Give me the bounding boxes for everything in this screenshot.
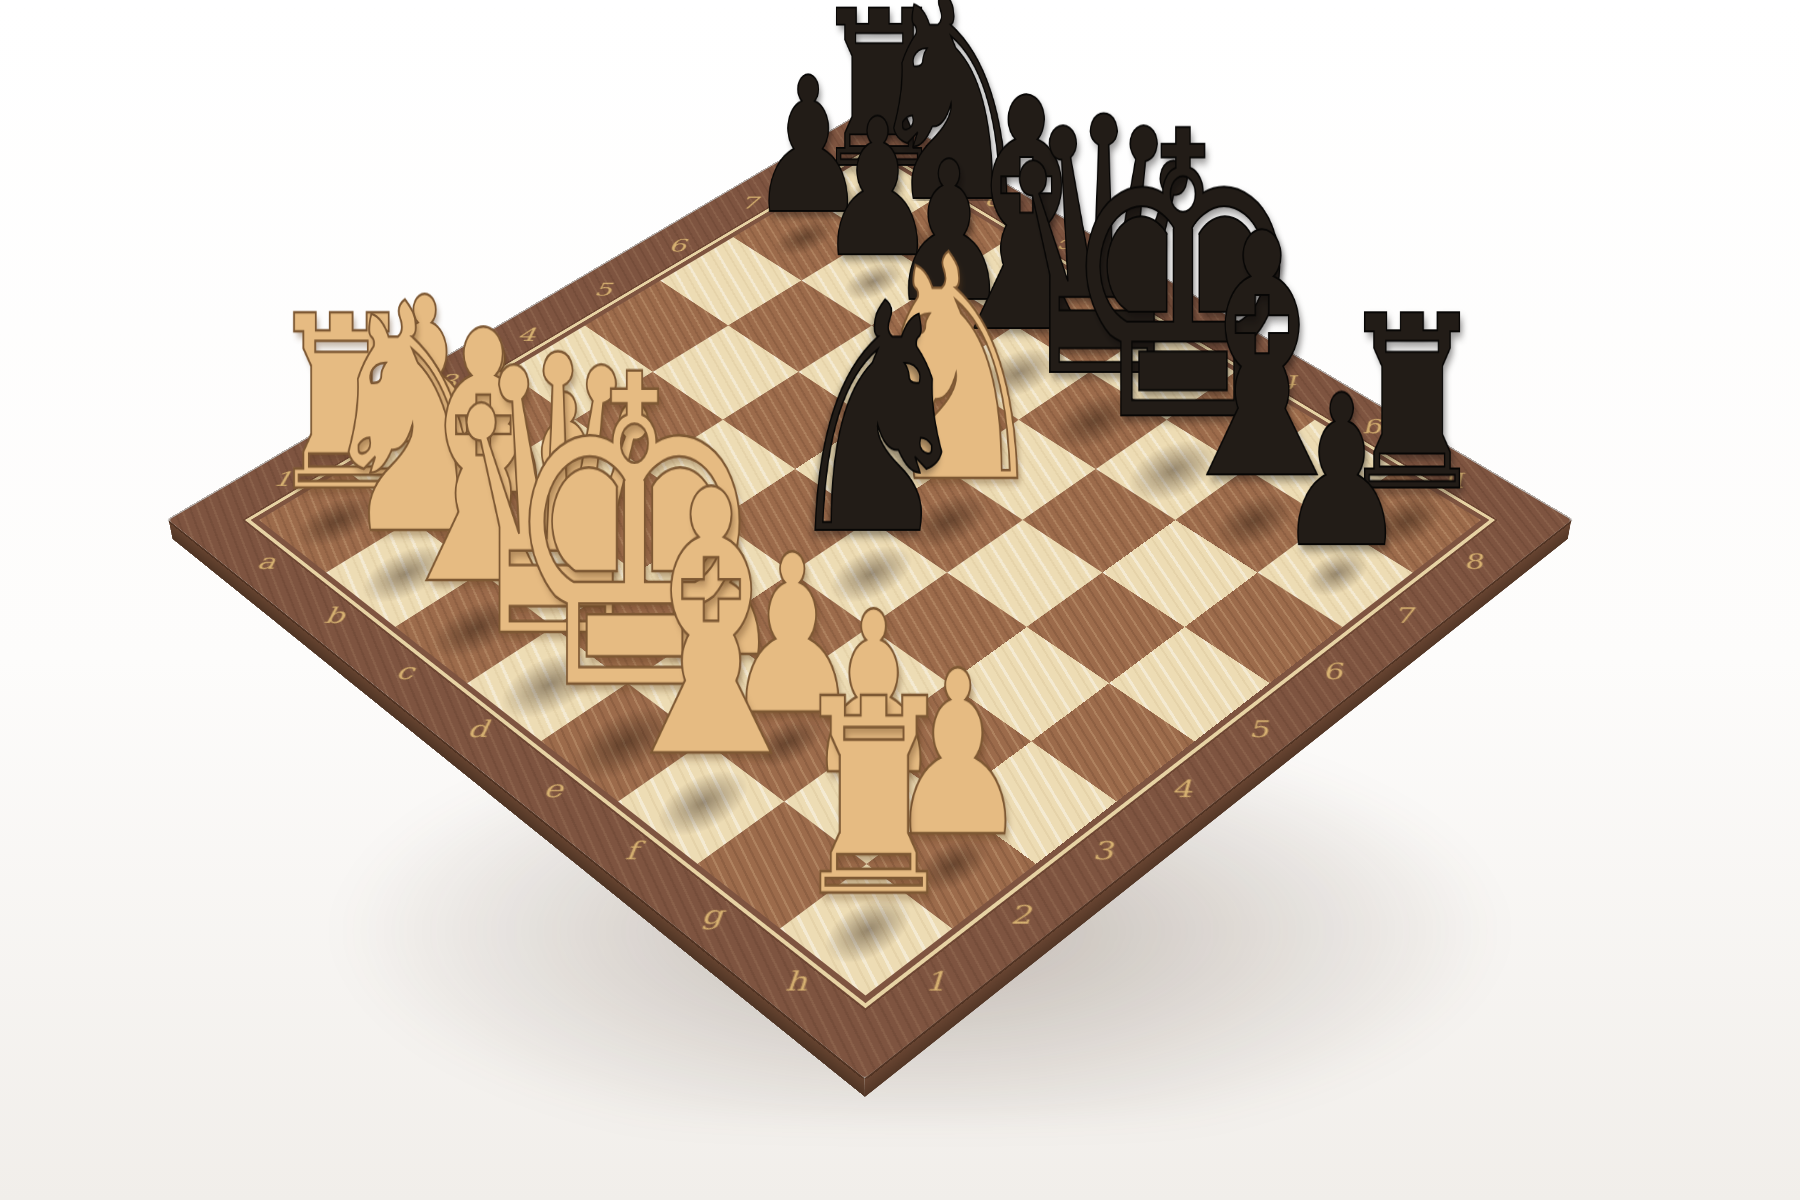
black-pawn-h7[interactable]: ♟: [1276, 368, 1407, 577]
white-rook-h1[interactable]: ♜: [789, 663, 959, 934]
photo-scene: ♜♟♟♜♞♟♟♞♝♟♟♛♝♚♟♞♞♛♝♟♚♟♝♜♟♟♜ 112233445566…: [0, 0, 1800, 1200]
square-h7[interactable]: ♟: [1258, 520, 1413, 627]
square-h1[interactable]: ♜: [780, 864, 952, 996]
